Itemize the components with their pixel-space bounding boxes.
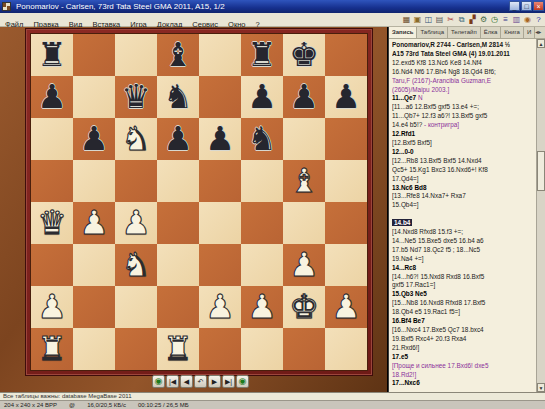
notation-seg[interactable]: gxf5 17.Rac1=] bbox=[392, 281, 435, 288]
piece-black-rook-a8[interactable]: ♜ bbox=[31, 34, 73, 76]
notation-seg[interactable]: 16.Bf4 Be7 bbox=[392, 317, 425, 324]
notation-line: 13.Nc6 Bd8 bbox=[392, 184, 536, 193]
square-g1[interactable] bbox=[283, 328, 325, 370]
piece-white-knight-c3[interactable]: ♞ bbox=[115, 244, 157, 286]
piece-black-pawn-h7[interactable]: ♟ bbox=[325, 76, 367, 118]
notation-line: 12...0-0 bbox=[392, 148, 536, 157]
square-g6[interactable] bbox=[283, 118, 325, 160]
piece-white-pawn-f2[interactable]: ♟ bbox=[241, 286, 283, 328]
notation-line: [14.Nxd8 Rfxd8 15.f3 +=; bbox=[392, 228, 536, 237]
panel-tabs: ЗаписьТаблицаТелетайпЁлкаКнигаИ ◂▸ bbox=[389, 27, 545, 39]
video-info-1: @ bbox=[69, 401, 75, 409]
square-e2[interactable]: ♟ bbox=[199, 286, 241, 328]
window-title: Ponomariov - Carlsen, 73rd Tata Steel GM… bbox=[16, 2, 225, 11]
tab-2[interactable]: Телетайп bbox=[448, 27, 481, 38]
notation-line: 12.Rfd1 bbox=[392, 130, 536, 139]
square-b3[interactable] bbox=[73, 244, 115, 286]
tab-0[interactable]: Запись bbox=[389, 27, 417, 38]
square-d6[interactable]: ♟ bbox=[157, 118, 199, 160]
notation-line: [15...Nb8 16.Nxd8 Rfxd8 17.Bxf5 bbox=[392, 299, 536, 308]
print-icon[interactable]: ▤ bbox=[435, 15, 444, 25]
notation-line: gxf5 17.Rac1=] bbox=[392, 281, 536, 290]
copy-icon[interactable]: ⧉ bbox=[457, 15, 466, 25]
notation-seg[interactable]: 14.e4 b5!? bbox=[392, 121, 424, 128]
tab-3[interactable]: Ёлка bbox=[481, 27, 502, 38]
piece-white-king-g2[interactable]: ♚ bbox=[283, 286, 325, 328]
square-h3[interactable] bbox=[325, 244, 367, 286]
notation-seg[interactable]: 15.Qb4=] bbox=[392, 201, 418, 208]
notation-line: 14...Rc8 bbox=[392, 264, 536, 273]
piece-white-rook-d1[interactable]: ♜ bbox=[157, 328, 199, 370]
notation-line: 11...Qb7+ 12.f3 a6?! 13.Bxf5 gxf5 bbox=[392, 112, 536, 121]
square-c3[interactable]: ♞ bbox=[115, 244, 157, 286]
notation-seg[interactable]: 21.Rxd6!] bbox=[392, 344, 419, 351]
nav-autoplay-button[interactable]: ◉ bbox=[236, 375, 249, 388]
square-a6[interactable] bbox=[31, 118, 73, 160]
notation-line: 16.Nd4 Nf6 17.Bh4 Ng8 18.Qd4 Bf6; bbox=[392, 68, 536, 77]
save-icon[interactable]: ◫ bbox=[424, 15, 433, 25]
square-b4[interactable]: ♟ bbox=[73, 202, 115, 244]
board-pane: ♜♝♜♚♟♛♞♟♟♟♟♞♟♟♞♝♛♟♟♞♟♟♟♟♚♟♜♜ ◉|◀◀↶▶▶|◉ bbox=[0, 27, 387, 392]
square-h1[interactable] bbox=[325, 328, 367, 370]
notation-line: 17...Nxc6 bbox=[392, 379, 536, 388]
nav-last-move-button[interactable]: ▶| bbox=[222, 375, 235, 388]
square-c7[interactable]: ♛ bbox=[115, 76, 157, 118]
piece-white-queen-a4[interactable]: ♛ bbox=[31, 202, 73, 244]
piece-black-pawn-e6[interactable]: ♟ bbox=[199, 118, 241, 160]
notation-line: Taru,F (2167)-Arancibia Guzman,E bbox=[392, 77, 536, 86]
game-header-players: Ponomariov,R 2744 - Carlsen,M 2814 ½ bbox=[392, 41, 536, 50]
square-c6[interactable]: ♞ bbox=[115, 118, 157, 160]
square-g5[interactable]: ♝ bbox=[283, 160, 325, 202]
notation-seg[interactable]: 17.Qd4=] bbox=[392, 175, 418, 182]
piece-black-pawn-a7[interactable]: ♟ bbox=[31, 76, 73, 118]
piece-white-bishop-g5[interactable]: ♝ bbox=[283, 160, 325, 202]
square-d4[interactable] bbox=[157, 202, 199, 244]
notation-line: 17.Qd4=] bbox=[392, 175, 536, 184]
notation-seg[interactable]: 13.Nc6 Bd8 bbox=[392, 184, 426, 191]
notation-seg[interactable]: 16.Nd4 Nf6 17.Bh4 Ng8 18.Qd4 Bf6; bbox=[392, 68, 496, 75]
notation-seg[interactable]: [14...h6?! 15.Nxd8 Rxd8 16.Bxf5 bbox=[392, 273, 484, 280]
piece-black-pawn-d6[interactable]: ♟ bbox=[157, 118, 199, 160]
nav-engine-button[interactable]: ◉ bbox=[152, 375, 165, 388]
notation-seg[interactable]: 17...Nxc6 bbox=[392, 379, 420, 386]
notation-line: 19.Na4 +=] bbox=[392, 255, 536, 264]
notation-seg[interactable]: 12...0-0 bbox=[392, 148, 414, 155]
game-navigation: ◉|◀◀↶▶▶|◉ bbox=[152, 375, 249, 388]
new-board-icon[interactable]: ▦ bbox=[402, 15, 411, 25]
notation-seg: Taru,F (2167)-Arancibia Guzman,E bbox=[392, 77, 491, 84]
notation-seg[interactable]: 11...Qb7+ 12.f3 a6?! 13.Bxf5 gxf5 bbox=[392, 112, 487, 119]
notation-line: 21.Rxd6!] bbox=[392, 344, 536, 353]
notation-seg[interactable]: [14.Nxd8 Rfxd8 15.f3 +=; bbox=[392, 228, 463, 235]
board-frame: ♜♝♜♚♟♛♞♟♟♟♟♞♟♟♞♝♛♟♟♞♟♟♟♟♚♟♜♜ bbox=[25, 28, 373, 376]
notation-line: Qc5+ 15.Kg1 Bxc3 16.Nxd6+! Kf8 bbox=[392, 166, 536, 175]
notation-line: 16.Bf4 Be7 bbox=[392, 317, 536, 326]
square-g4[interactable] bbox=[283, 202, 325, 244]
close-button[interactable]: × bbox=[533, 1, 544, 11]
square-d8[interactable]: ♝ bbox=[157, 34, 199, 76]
notation-icon[interactable]: ≡ bbox=[501, 15, 510, 25]
square-d5[interactable] bbox=[157, 160, 199, 202]
tabs-container: ЗаписьТаблицаТелетайпЁлкаКнигаИ bbox=[389, 27, 535, 38]
notation-seg[interactable]: 14...Ne5 15.Bxe5 dxe5 16.b4 a6 bbox=[392, 237, 484, 244]
notation-seg[interactable]: [16...Nxc4 17.Bxe5 Qc7 18.bxc4 bbox=[392, 326, 484, 333]
title-bar: Ponomariov - Carlsen, 73rd Tata Steel GM… bbox=[0, 0, 545, 13]
nav-forward-button[interactable]: ▶ bbox=[208, 375, 221, 388]
tab-scroll-arrows[interactable]: ◂▸ bbox=[535, 27, 545, 38]
toolbar: ▦▣◫▤✂⧉▞⚙◷≡▥◉? bbox=[402, 13, 543, 26]
square-e5[interactable] bbox=[199, 160, 241, 202]
notation-seg[interactable]: [13...Rfe8 14.Nxa7+ Rxa7 bbox=[392, 192, 466, 199]
piece-black-pawn-g7[interactable]: ♟ bbox=[283, 76, 325, 118]
database-icon[interactable]: ▥ bbox=[512, 15, 521, 25]
notation-line: [12.Bxf5 Bxf5] bbox=[392, 139, 536, 148]
square-d3[interactable] bbox=[157, 244, 199, 286]
notation-seg[interactable]: [12...Rb8 13.Bxf5 Bxf5 14.Nxd4 bbox=[392, 157, 482, 164]
notation-seg: (2605)/Maipu 2003.] bbox=[392, 86, 449, 93]
square-g7[interactable]: ♟ bbox=[283, 76, 325, 118]
square-g8[interactable]: ♚ bbox=[283, 34, 325, 76]
square-h2[interactable]: ♟ bbox=[325, 286, 367, 328]
piece-black-knight-d7[interactable]: ♞ bbox=[157, 76, 199, 118]
notation-seg[interactable]: Qc5+ 15.Kg1 Bxc3 16.Nxd6+! Kf8 bbox=[392, 166, 488, 173]
nav-first-move-button[interactable]: |◀ bbox=[166, 375, 179, 388]
video-info-2: 16,0/20,5 КБ/с bbox=[87, 401, 126, 409]
piece-black-knight-f6[interactable]: ♞ bbox=[241, 118, 283, 160]
notation-seg[interactable]: 19.Na4 +=] bbox=[392, 255, 424, 262]
square-f4[interactable] bbox=[241, 202, 283, 244]
square-c2[interactable] bbox=[115, 286, 157, 328]
notation-seg[interactable]: 15.Qb3 Ne5 bbox=[392, 290, 427, 297]
notation-panel: ЗаписьТаблицаТелетайпЁлкаКнигаИ ◂▸ Ponom… bbox=[388, 27, 545, 392]
notation-seg[interactable]: 11...Qe7 bbox=[392, 94, 418, 101]
notation-seg[interactable]: [12.Bxf5 Bxf5] bbox=[392, 139, 432, 146]
nav-back-button[interactable]: ◀ bbox=[180, 375, 193, 388]
square-a1[interactable]: ♜ bbox=[31, 328, 73, 370]
flip-board-icon[interactable]: ▞ bbox=[468, 15, 477, 25]
notation-seg[interactable]: 12.Rfd1 bbox=[392, 130, 415, 137]
notation-line: 17.b5 Nd7 18.Qc2 f5 ; 18...Nc5 bbox=[392, 246, 536, 255]
notation-seg: 18.Rd2!] bbox=[392, 371, 416, 378]
square-e4[interactable] bbox=[199, 202, 241, 244]
square-c8[interactable] bbox=[115, 34, 157, 76]
notation-seg[interactable]: 17.e5 bbox=[392, 353, 408, 360]
square-f2[interactable]: ♟ bbox=[241, 286, 283, 328]
engine-icon[interactable]: ⚙ bbox=[479, 15, 488, 25]
notation-line: 15.Qb4=] bbox=[392, 201, 536, 210]
status-bar: Все таблицы важны: database MegaBase 201… bbox=[0, 392, 545, 400]
square-b7[interactable] bbox=[73, 76, 115, 118]
piece-black-queen-c7[interactable]: ♛ bbox=[115, 76, 157, 118]
current-move[interactable]: 14.b4 bbox=[392, 219, 412, 226]
square-a8[interactable]: ♜ bbox=[31, 34, 73, 76]
square-c1[interactable] bbox=[115, 328, 157, 370]
square-f6[interactable]: ♞ bbox=[241, 118, 283, 160]
window-controls: _ □ × bbox=[509, 1, 544, 11]
piece-white-pawn-h2[interactable]: ♟ bbox=[325, 286, 367, 328]
notation-line: [14...h6?! 15.Nxd8 Rxd8 16.Bxf5 bbox=[392, 273, 536, 282]
square-b6[interactable]: ♟ bbox=[73, 118, 115, 160]
piece-black-bishop-d8[interactable]: ♝ bbox=[157, 34, 199, 76]
scroll-up-icon[interactable]: ▲ bbox=[537, 39, 545, 48]
piece-black-pawn-b6[interactable]: ♟ bbox=[73, 118, 115, 160]
cut-icon[interactable]: ✂ bbox=[446, 15, 455, 25]
notation-seg[interactable]: 14...Rc8 bbox=[392, 264, 416, 271]
square-h4[interactable] bbox=[325, 202, 367, 244]
nav-takeback-button[interactable]: ↶ bbox=[194, 375, 207, 388]
square-f8[interactable]: ♜ bbox=[241, 34, 283, 76]
training-icon[interactable]: ◉ bbox=[523, 15, 532, 25]
app-icon bbox=[2, 2, 11, 11]
notation-body: Ponomariov,R 2744 - Carlsen,M 2814 ½ A15… bbox=[392, 41, 536, 391]
open-icon[interactable]: ▣ bbox=[413, 15, 422, 25]
notation-line: 19.Bxf5 Rxc4+ 20.f3 Rxa4 bbox=[392, 335, 536, 344]
notation-line: 11...Qe7 N bbox=[392, 94, 536, 103]
piece-white-pawn-a2[interactable]: ♟ bbox=[31, 286, 73, 328]
square-e6[interactable]: ♟ bbox=[199, 118, 241, 160]
piece-black-pawn-f7[interactable]: ♟ bbox=[241, 76, 283, 118]
square-b1[interactable] bbox=[73, 328, 115, 370]
square-d1[interactable]: ♜ bbox=[157, 328, 199, 370]
square-e8[interactable] bbox=[199, 34, 241, 76]
chess-board[interactable]: ♜♝♜♚♟♛♞♟♟♟♟♞♟♟♞♝♛♟♟♞♟♟♟♟♚♟♜♜ bbox=[31, 34, 367, 370]
tab-4[interactable]: Книга bbox=[501, 27, 524, 38]
square-a3[interactable] bbox=[31, 244, 73, 286]
notation-line: [16...Nxc4 17.Bxe5 Qc7 18.bxc4 bbox=[392, 326, 536, 335]
square-f3[interactable] bbox=[241, 244, 283, 286]
square-g3[interactable]: ♟ bbox=[283, 244, 325, 286]
tab-1[interactable]: Таблица bbox=[417, 27, 448, 38]
clock-icon[interactable]: ◷ bbox=[490, 15, 499, 25]
square-e1[interactable] bbox=[199, 328, 241, 370]
video-info-0: 204 x 240 x 24 BPP bbox=[4, 401, 57, 409]
notation-seg[interactable]: 19.Bxf5 Rxc4+ 20.f3 Rxa4 bbox=[392, 335, 466, 342]
piece-white-rook-a1[interactable]: ♜ bbox=[31, 328, 73, 370]
square-g2[interactable]: ♚ bbox=[283, 286, 325, 328]
notation-line: 17.e5 bbox=[392, 353, 536, 362]
scroll-down-icon[interactable]: ▼ bbox=[537, 383, 545, 392]
notation-line: [11...a6 12.Bxf5 gxf5 13.e4 +=; bbox=[392, 103, 536, 112]
square-a2[interactable]: ♟ bbox=[31, 286, 73, 328]
help-icon[interactable]: ? bbox=[534, 15, 543, 25]
square-e3[interactable] bbox=[199, 244, 241, 286]
notation-seg: - контригра] bbox=[424, 121, 459, 128]
piece-white-pawn-b4[interactable]: ♟ bbox=[73, 202, 115, 244]
notation-seg[interactable]: 17.b5 Nd7 18.Qc2 f5 ; 18...Nc5 bbox=[392, 246, 480, 253]
notation-line: [12...Rb8 13.Bxf5 Bxf5 14.Nxd4 bbox=[392, 157, 536, 166]
piece-black-rook-f8[interactable]: ♜ bbox=[241, 34, 283, 76]
square-f1[interactable] bbox=[241, 328, 283, 370]
piece-white-pawn-e2[interactable]: ♟ bbox=[199, 286, 241, 328]
square-h7[interactable]: ♟ bbox=[325, 76, 367, 118]
square-a7[interactable]: ♟ bbox=[31, 76, 73, 118]
notation-line: 18.Qb4 e5 19.Rac1 f5=] bbox=[392, 308, 536, 317]
notation-seg[interactable]: [11...a6 12.Bxf5 gxf5 13.e4 +=; bbox=[392, 103, 479, 110]
notation-scrollbar[interactable]: ▲ ▼ bbox=[536, 39, 545, 392]
square-h8[interactable] bbox=[325, 34, 367, 76]
notation-line: (2605)/Maipu 2003.] bbox=[392, 86, 536, 95]
notation-line: [13...Rfe8 14.Nxa7+ Rxa7 bbox=[392, 192, 536, 201]
notation-line bbox=[392, 210, 536, 219]
notation-seg: [Проще и сильнее 17.Bxd6! dxe5 bbox=[392, 362, 488, 369]
square-h6[interactable] bbox=[325, 118, 367, 160]
scrollbar-thumb[interactable] bbox=[537, 151, 545, 191]
video-info-bar: 204 x 240 x 24 BPP@16,0/20,5 КБ/с00:10:2… bbox=[0, 400, 545, 409]
piece-black-king-g8[interactable]: ♚ bbox=[283, 34, 325, 76]
notation-line: 14.b4 bbox=[392, 219, 536, 228]
piece-white-pawn-c4[interactable]: ♟ bbox=[115, 202, 157, 244]
piece-white-knight-c6[interactable]: ♞ bbox=[115, 118, 157, 160]
notation-line: [Проще и сильнее 17.Bxd6! dxe5 bbox=[392, 362, 536, 371]
minimize-button[interactable]: _ bbox=[509, 1, 520, 11]
maximize-button[interactable]: □ bbox=[521, 1, 532, 11]
notation-seg[interactable]: 18.Qb4 e5 19.Rac1 f5=] bbox=[392, 308, 460, 315]
notation-seg: N bbox=[418, 94, 423, 101]
square-f5[interactable] bbox=[241, 160, 283, 202]
notation-line: 14.e4 b5!? - контригра] bbox=[392, 121, 536, 130]
square-b5[interactable] bbox=[73, 160, 115, 202]
piece-white-pawn-g3[interactable]: ♟ bbox=[283, 244, 325, 286]
square-d7[interactable]: ♞ bbox=[157, 76, 199, 118]
square-a5[interactable] bbox=[31, 160, 73, 202]
square-e7[interactable] bbox=[199, 76, 241, 118]
notation-line: 15.Qb3 Ne5 bbox=[392, 290, 536, 299]
square-a4[interactable]: ♛ bbox=[31, 202, 73, 244]
game-header-event: A15 73rd Tata Steel GMA (4) 19.01.2011 bbox=[392, 50, 536, 59]
square-c4[interactable]: ♟ bbox=[115, 202, 157, 244]
square-b2[interactable] bbox=[73, 286, 115, 328]
notation-line: 12.exd5 Kf8 13.Nc6 Ke8 14.Nf4 bbox=[392, 59, 536, 68]
menu-bar: ФайлПравкаВидВставкаИграДокладСервисОкно… bbox=[0, 13, 545, 27]
tab-5[interactable]: И bbox=[524, 27, 535, 38]
square-d2[interactable] bbox=[157, 286, 199, 328]
notation-line: 14...Ne5 15.Bxe5 dxe5 16.b4 a6 bbox=[392, 237, 536, 246]
square-f7[interactable]: ♟ bbox=[241, 76, 283, 118]
notation-seg[interactable]: [15...Nb8 16.Nxd8 Rfxd8 17.Bxf5 bbox=[392, 299, 485, 306]
square-h5[interactable] bbox=[325, 160, 367, 202]
notation-seg[interactable]: 12.exd5 Kf8 13.Nc6 Ke8 14.Nf4 bbox=[392, 59, 482, 66]
square-b8[interactable] bbox=[73, 34, 115, 76]
notation-line: 18.Rd2!] bbox=[392, 371, 536, 380]
video-info-3: 00:10:25 / 26,5 МБ bbox=[138, 401, 189, 409]
square-c5[interactable] bbox=[115, 160, 157, 202]
